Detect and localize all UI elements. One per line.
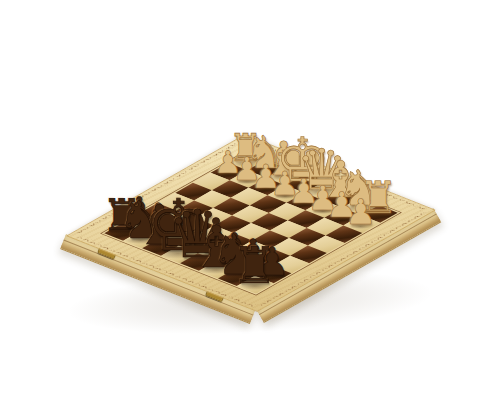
black-rook-a8[interactable]: ♜ <box>232 241 277 291</box>
pieces-layer: ♜♞♝♛♚♝♞♜♟♟♟♟♟♟♟♟♟♟♟♟♟♟♟♟♜♞♝♛♚♝♞♜ <box>0 0 500 400</box>
white-pawn-a2[interactable]: ♟ <box>345 195 376 230</box>
chess-set-product-photo: ♜♞♝♛♚♝♞♜♟♟♟♟♟♟♟♟♟♟♟♟♟♟♟♟♜♞♝♛♚♝♞♜ <box>0 0 500 400</box>
